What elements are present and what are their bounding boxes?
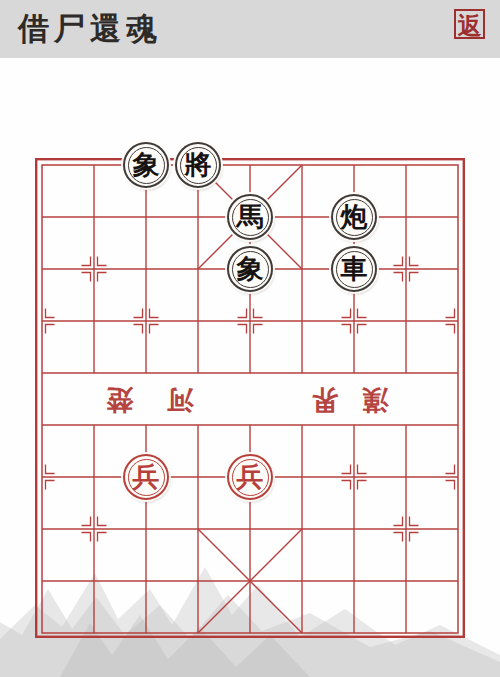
piece-character: 象 <box>133 152 160 179</box>
piece-black-cannon[interactable]: 炮 <box>331 194 377 240</box>
piece-black-general[interactable]: 將 <box>175 142 221 188</box>
back-button[interactable]: 返 <box>454 9 485 39</box>
piece-character: 將 <box>185 152 212 179</box>
river-label-char: 漢 <box>353 378 397 422</box>
piece-red-soldier[interactable]: 兵 <box>123 454 169 500</box>
piece-character: 象 <box>237 256 264 283</box>
piece-black-horse[interactable]: 馬 <box>227 194 273 240</box>
piece-red-soldier[interactable]: 兵 <box>227 454 273 500</box>
piece-character: 兵 <box>133 464 160 491</box>
river-label-char: 河 <box>158 378 202 422</box>
piece-character: 車 <box>341 256 368 283</box>
piece-character: 兵 <box>237 464 264 491</box>
piece-black-chariot[interactable]: 車 <box>331 246 377 292</box>
page-title: 借尸還魂 <box>18 10 162 48</box>
piece-black-elephant[interactable]: 象 <box>227 246 273 292</box>
river-label-char: 楚 <box>98 378 142 422</box>
piece-character: 炮 <box>341 204 368 231</box>
river-label-char: 界 <box>303 378 347 422</box>
xiangqi-board[interactable]: 楚 河 界 漢 象將馬炮象車兵兵 <box>35 158 465 638</box>
piece-character: 馬 <box>237 204 264 231</box>
xiangqi-puzzle-page: 借尸還魂 返 楚 河 界 漢 象將馬炮象車兵兵 <box>0 0 500 677</box>
header-bar: 借尸還魂 返 <box>0 0 500 58</box>
piece-black-elephant[interactable]: 象 <box>123 142 169 188</box>
